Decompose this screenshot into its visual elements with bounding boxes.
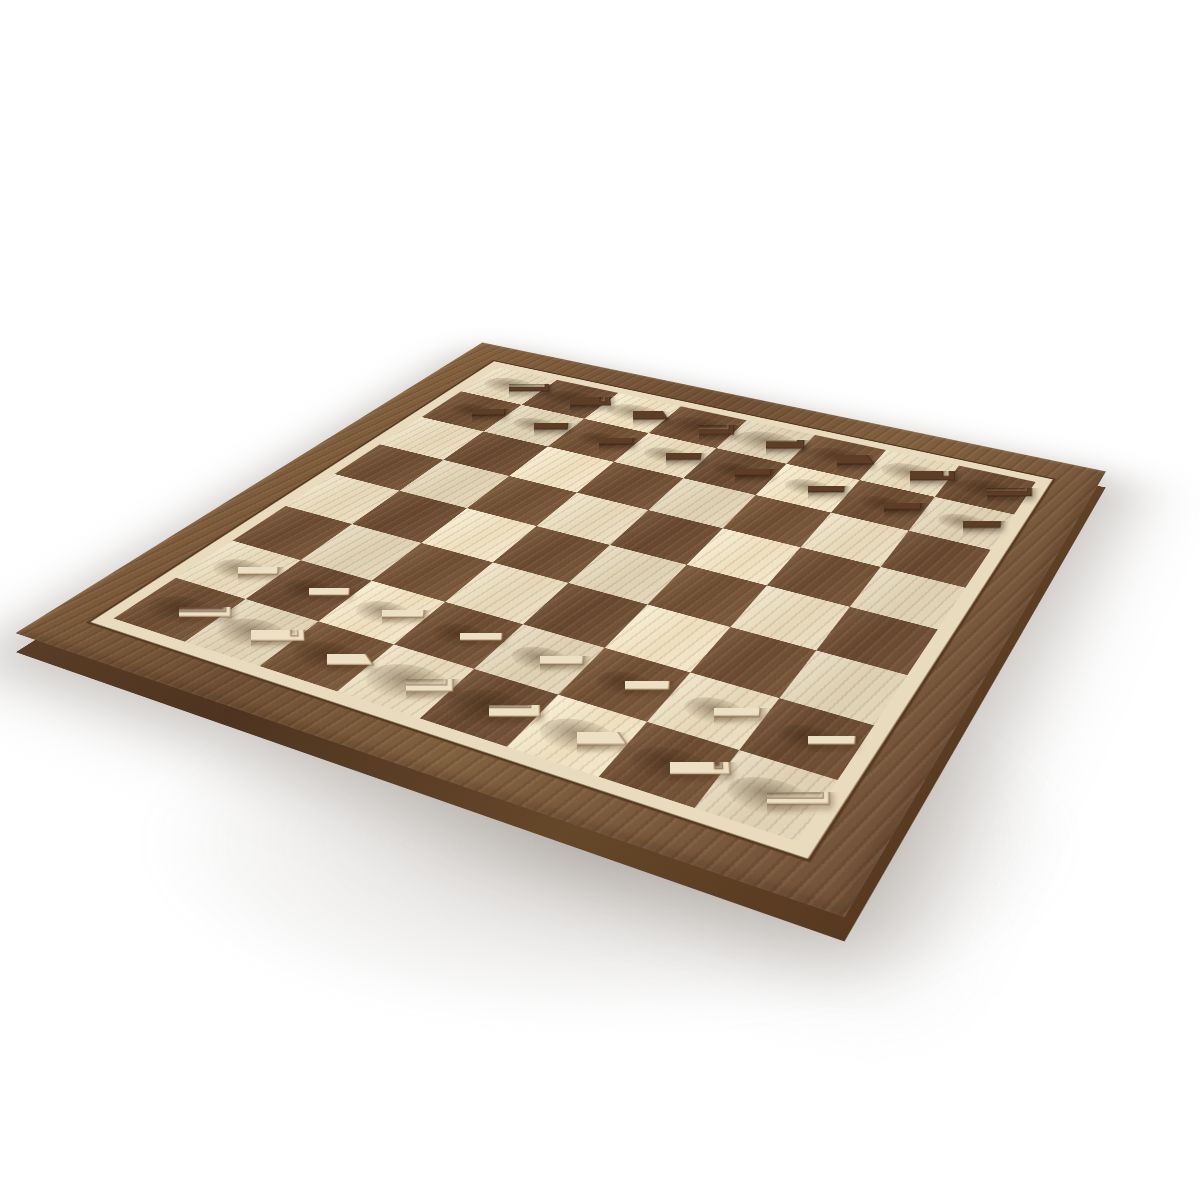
scene-caption: Wooden chess set photographed at an angl…	[0, 0, 1, 1]
photo-scene: Wooden chess set photographed at an angl…	[0, 0, 1200, 1200]
